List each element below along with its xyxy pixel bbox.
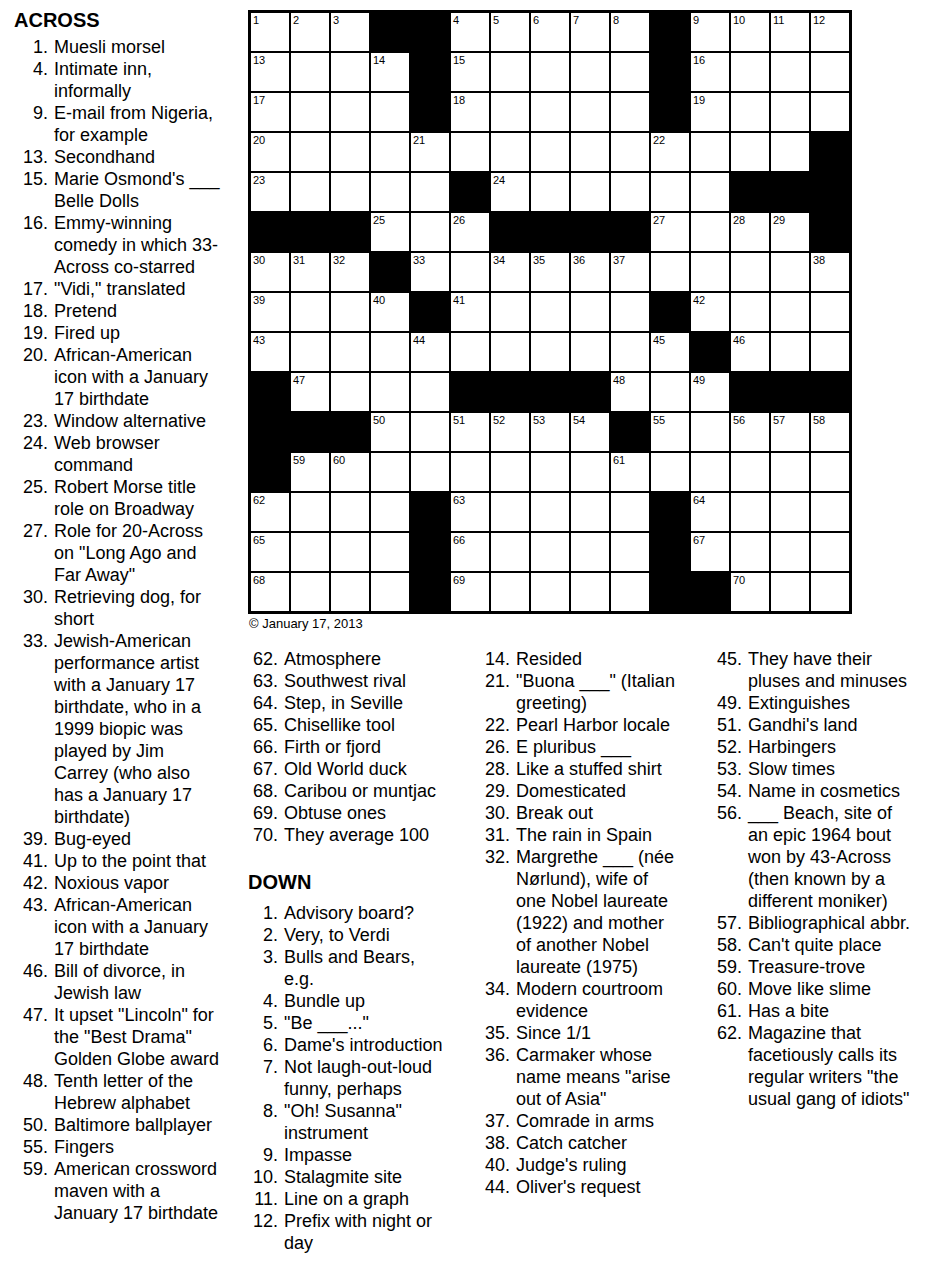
grid-cell[interactable]	[370, 452, 410, 492]
grid-cell[interactable]	[570, 132, 610, 172]
cell-number: 33	[413, 254, 425, 266]
clue-number: 9.	[248, 1144, 284, 1166]
grid-cell[interactable]	[570, 172, 610, 212]
down-clue-28: 28.Like a stuffed shirt	[480, 758, 680, 780]
clue-text: Modern courtroom evidence	[516, 978, 680, 1022]
grid-cell[interactable]	[730, 532, 770, 572]
grid-cell[interactable]	[370, 132, 410, 172]
grid-cell[interactable]: 39	[250, 292, 290, 332]
cell-number: 41	[453, 294, 465, 306]
down-clue-44: 44.Oliver's request	[480, 1176, 680, 1198]
grid-cell[interactable]	[810, 292, 850, 332]
clue-number: 70.	[248, 824, 284, 846]
grid-cell[interactable]	[530, 292, 570, 332]
clue-number: 40.	[480, 1154, 516, 1176]
grid-cell[interactable]	[690, 452, 730, 492]
cell-number: 1	[253, 14, 259, 26]
grid-cell[interactable]	[290, 572, 330, 612]
grid-cell[interactable]	[810, 572, 850, 612]
grid-cell[interactable]: 67	[690, 532, 730, 572]
grid-cell[interactable]	[730, 492, 770, 532]
grid-cell[interactable]	[490, 572, 530, 612]
across-clue-24: 24.Web browser command	[12, 432, 222, 476]
clue-text: Chisellike tool	[284, 714, 448, 736]
grid-cell[interactable]: 47	[290, 372, 330, 412]
grid-cell[interactable]	[330, 292, 370, 332]
grid-cell[interactable]	[610, 492, 650, 532]
grid-cell[interactable]	[530, 572, 570, 612]
grid-cell[interactable]: 68	[250, 572, 290, 612]
grid-cell[interactable]	[730, 92, 770, 132]
clue-text: American crossword maven with a January …	[54, 1158, 222, 1224]
grid-cell[interactable]	[610, 572, 650, 612]
grid-cell[interactable]	[570, 92, 610, 132]
down-clue-list-continued: 14.Resided21."Buona ___" (Italian greeti…	[480, 648, 680, 1198]
cell-number: 51	[453, 414, 465, 426]
clue-number: 7.	[248, 1056, 284, 1078]
down-header: DOWN	[248, 870, 448, 894]
across-clue-list-continued: 62.Atmosphere63.Southwest rival64.Step, …	[248, 648, 448, 846]
grid-cell[interactable]	[330, 92, 370, 132]
across-clue-23: 23.Window alternative	[12, 410, 222, 432]
grid-cell-black	[490, 372, 530, 412]
grid-cell[interactable]: 15	[450, 52, 490, 92]
grid-cell[interactable]	[490, 532, 530, 572]
grid-cell[interactable]	[770, 292, 810, 332]
clue-text: Domesticated	[516, 780, 680, 802]
down-clue-61: 61.Has a bite	[712, 1000, 914, 1022]
grid-cell[interactable]	[490, 332, 530, 372]
crossword-page: ACROSS 1.Muesli morsel4.Intimate inn, in…	[0, 0, 944, 1266]
cell-number: 68	[253, 574, 265, 586]
clue-text: Jewish-American performance artist with …	[54, 630, 222, 828]
grid-cell[interactable]: 20	[250, 132, 290, 172]
grid-cell-black	[530, 212, 570, 252]
grid-cell[interactable]: 7	[570, 12, 610, 52]
grid-cell[interactable]	[290, 52, 330, 92]
clue-number: 20.	[12, 344, 54, 366]
grid-cell-black	[730, 372, 770, 412]
grid-cell[interactable]	[730, 52, 770, 92]
grid-cell[interactable]	[610, 172, 650, 212]
grid-cell[interactable]: 25	[370, 212, 410, 252]
clue-text: Muesli morsel	[54, 36, 222, 58]
grid-cell[interactable]	[290, 332, 330, 372]
grid-cell[interactable]: 16	[690, 52, 730, 92]
grid-cell[interactable]: 29	[770, 212, 810, 252]
grid-cell[interactable]: 3	[330, 12, 370, 52]
grid-cell[interactable]	[330, 332, 370, 372]
grid-cell[interactable]	[730, 252, 770, 292]
grid-cell[interactable]	[770, 332, 810, 372]
grid-cell[interactable]	[610, 332, 650, 372]
grid-cell[interactable]	[570, 332, 610, 372]
grid-cell[interactable]: 52	[490, 412, 530, 452]
clue-number: 33.	[12, 630, 54, 652]
down-clue-22: 22.Pearl Harbor locale	[480, 714, 680, 736]
grid-cell[interactable]	[770, 492, 810, 532]
clue-text: Dame's introduction	[284, 1034, 448, 1056]
grid-cell[interactable]	[770, 572, 810, 612]
clue-number: 34.	[480, 978, 516, 1000]
grid-cell[interactable]: 32	[330, 252, 370, 292]
clue-text: E-mail from Nigeria, for example	[54, 102, 222, 146]
grid-cell[interactable]: 64	[690, 492, 730, 532]
grid-cell[interactable]: 38	[810, 252, 850, 292]
clue-number: 57.	[712, 912, 748, 934]
clue-text: Atmosphere	[284, 648, 448, 670]
clue-text: Gandhi's land	[748, 714, 914, 736]
grid-cell[interactable]: 63	[450, 492, 490, 532]
grid-cell[interactable]: 1	[250, 12, 290, 52]
across-clue-64: 64.Step, in Seville	[248, 692, 448, 714]
grid-cell[interactable]	[450, 452, 490, 492]
grid-cell[interactable]: 35	[530, 252, 570, 292]
grid-cell-black	[530, 372, 570, 412]
cell-number: 58	[813, 414, 825, 426]
grid-cell[interactable]	[570, 532, 610, 572]
grid-cell[interactable]: 8	[610, 12, 650, 52]
grid-cell[interactable]: 61	[610, 452, 650, 492]
grid-cell[interactable]	[770, 92, 810, 132]
grid-cell[interactable]: 11	[770, 12, 810, 52]
grid-cell[interactable]	[770, 452, 810, 492]
grid-cell[interactable]	[730, 292, 770, 332]
cell-number: 37	[613, 254, 625, 266]
clue-number: 23.	[12, 410, 54, 432]
grid-cell[interactable]	[690, 132, 730, 172]
cell-number: 43	[253, 334, 265, 346]
grid-cell[interactable]: 48	[610, 372, 650, 412]
clue-number: 12.	[248, 1210, 284, 1232]
clue-number: 66.	[248, 736, 284, 758]
clue-number: 59.	[12, 1158, 54, 1180]
down-clue-list-continued-2: 45.They have their pluses and minuses49.…	[712, 648, 914, 1110]
grid-cell[interactable]	[810, 532, 850, 572]
grid-cell[interactable]: 9	[690, 12, 730, 52]
down-clue-2: 2.Very, to Verdi	[248, 924, 448, 946]
grid-cell[interactable]	[330, 532, 370, 572]
grid-cell[interactable]	[410, 412, 450, 452]
grid-cell[interactable]: 69	[450, 572, 490, 612]
grid-cell[interactable]: 50	[370, 412, 410, 452]
grid-cell[interactable]	[650, 252, 690, 292]
grid-cell[interactable]	[370, 92, 410, 132]
grid-cell[interactable]: 12	[810, 12, 850, 52]
grid-cell[interactable]: 13	[250, 52, 290, 92]
grid-cell[interactable]	[690, 212, 730, 252]
grid-cell[interactable]	[730, 132, 770, 172]
grid-cell[interactable]: 40	[370, 292, 410, 332]
grid-cell[interactable]	[570, 452, 610, 492]
grid-cell[interactable]	[610, 92, 650, 132]
down-clue-30: 30.Break out	[480, 802, 680, 824]
clue-number: 10.	[248, 1166, 284, 1188]
clue-text: Prefix with night or day	[284, 1210, 448, 1254]
grid-cell[interactable]	[530, 332, 570, 372]
down-clue-5: 5."Be ___..."	[248, 1012, 448, 1034]
grid-cell[interactable]: 18	[450, 92, 490, 132]
grid-cell-black	[250, 452, 290, 492]
grid-cell[interactable]: 70	[730, 572, 770, 612]
grid-cell[interactable]: 44	[410, 332, 450, 372]
cell-number: 62	[253, 494, 265, 506]
grid-cell[interactable]	[610, 532, 650, 572]
across-clue-43: 43.African-American icon with a January …	[12, 894, 222, 960]
grid-cell[interactable]: 23	[250, 172, 290, 212]
across-clue-4: 4.Intimate inn, informally	[12, 58, 222, 102]
grid-cell[interactable]	[610, 52, 650, 92]
grid-cell[interactable]	[290, 172, 330, 212]
grid-cell[interactable]: 6	[530, 12, 570, 52]
grid-cell[interactable]	[770, 52, 810, 92]
clue-number: 11.	[248, 1188, 284, 1210]
clue-number: 43.	[12, 894, 54, 916]
cell-number: 61	[613, 454, 625, 466]
across-clue-19: 19.Fired up	[12, 322, 222, 344]
grid-cell[interactable]	[490, 492, 530, 532]
grid-cell-black	[610, 212, 650, 252]
clue-text: Step, in Seville	[284, 692, 448, 714]
clue-number: 60.	[712, 978, 748, 1000]
grid-cell[interactable]: 26	[450, 212, 490, 252]
grid-cell[interactable]	[650, 372, 690, 412]
clue-number: 17.	[12, 278, 54, 300]
grid-cell[interactable]	[810, 332, 850, 372]
grid-cell[interactable]: 46	[730, 332, 770, 372]
down-clue-26: 26.E pluribus ___	[480, 736, 680, 758]
grid-cell-black	[810, 212, 850, 252]
grid-cell[interactable]: 57	[770, 412, 810, 452]
cell-number: 9	[693, 14, 699, 26]
clue-text: They have their pluses and minuses	[748, 648, 914, 692]
grid-cell[interactable]	[490, 52, 530, 92]
clue-text: They average 100	[284, 824, 448, 846]
clue-number: 39.	[12, 828, 54, 850]
grid-cell[interactable]	[450, 332, 490, 372]
down-clue-56: 56.___ Beach, site of an epic 1964 bout …	[712, 802, 914, 912]
cell-number: 57	[773, 414, 785, 426]
clue-text: Carmaker whose name means "arise out of …	[516, 1044, 680, 1110]
clue-text: "Vidi," translated	[54, 278, 222, 300]
grid-cell[interactable]: 42	[690, 292, 730, 332]
clue-number: 26.	[480, 736, 516, 758]
grid-cell[interactable]: 45	[650, 332, 690, 372]
clue-text: Obtuse ones	[284, 802, 448, 824]
cell-number: 49	[693, 374, 705, 386]
grid-cell[interactable]: 43	[250, 332, 290, 372]
grid-cell[interactable]	[290, 532, 330, 572]
grid-cell[interactable]: 55	[650, 412, 690, 452]
grid-cell[interactable]	[730, 452, 770, 492]
clue-text: Role for 20-Across on "Long Ago and Far …	[54, 520, 222, 586]
grid-cell[interactable]	[570, 292, 610, 332]
grid-cell[interactable]	[530, 492, 570, 532]
clue-text: Can't quite place	[748, 934, 914, 956]
clue-text: Old World duck	[284, 758, 448, 780]
grid-cell[interactable]: 58	[810, 412, 850, 452]
down-clue-54: 54.Name in cosmetics	[712, 780, 914, 802]
grid-cell[interactable]: 21	[410, 132, 450, 172]
grid-cell[interactable]	[410, 372, 450, 412]
across-clue-17: 17."Vidi," translated	[12, 278, 222, 300]
clue-number: 63.	[248, 670, 284, 692]
cell-number: 29	[773, 214, 785, 226]
grid-cell[interactable]	[370, 572, 410, 612]
grid-cell[interactable]	[410, 452, 450, 492]
grid-cell[interactable]: 2	[290, 12, 330, 52]
grid-cell[interactable]: 17	[250, 92, 290, 132]
across-clue-30: 30.Retrieving dog, for short	[12, 586, 222, 630]
cell-number: 56	[733, 414, 745, 426]
clue-text: Marie Osmond's ___ Belle Dolls	[54, 168, 222, 212]
grid-cell[interactable]	[290, 492, 330, 532]
grid-cell[interactable]: 66	[450, 532, 490, 572]
grid-cell[interactable]	[650, 452, 690, 492]
grid-cell-black	[450, 172, 490, 212]
grid-cell[interactable]	[530, 532, 570, 572]
grid-cell-black	[770, 372, 810, 412]
grid-cell[interactable]	[330, 172, 370, 212]
grid-cell[interactable]: 54	[570, 412, 610, 452]
grid-cell[interactable]	[450, 252, 490, 292]
grid-cell[interactable]: 41	[450, 292, 490, 332]
clue-number: 30.	[12, 586, 54, 608]
grid-cell[interactable]	[330, 52, 370, 92]
grid-cell[interactable]	[570, 492, 610, 532]
grid-cell[interactable]: 36	[570, 252, 610, 292]
grid-cell[interactable]	[610, 292, 650, 332]
clue-number: 25.	[12, 476, 54, 498]
grid-cell[interactable]	[330, 132, 370, 172]
grid-cell[interactable]: 65	[250, 532, 290, 572]
grid-cell[interactable]: 53	[530, 412, 570, 452]
grid-cell[interactable]	[490, 92, 530, 132]
grid-cell[interactable]: 49	[690, 372, 730, 412]
grid-cell[interactable]	[810, 452, 850, 492]
grid-cell[interactable]	[690, 412, 730, 452]
across-clue-47: 47.It upset "Lincoln" for the "Best Dram…	[12, 1004, 222, 1070]
cell-number: 28	[733, 214, 745, 226]
grid-cell[interactable]: 10	[730, 12, 770, 52]
clue-text: African-American icon with a January 17 …	[54, 894, 222, 960]
grid-cell[interactable]	[530, 52, 570, 92]
clue-text: E pluribus ___	[516, 736, 680, 758]
grid-cell[interactable]	[810, 92, 850, 132]
grid-cell[interactable]	[490, 292, 530, 332]
clue-text: Fingers	[54, 1136, 222, 1158]
grid-cell[interactable]: 19	[690, 92, 730, 132]
cell-number: 2	[293, 14, 299, 26]
grid-cell[interactable]: 34	[490, 252, 530, 292]
down-clue-9: 9.Impasse	[248, 1144, 448, 1166]
grid-cell[interactable]: 4	[450, 12, 490, 52]
across-clue-59: 59.American crossword maven with a Janua…	[12, 1158, 222, 1224]
grid-cell[interactable]: 60	[330, 452, 370, 492]
grid-cell[interactable]: 5	[490, 12, 530, 52]
grid-cell[interactable]	[410, 172, 450, 212]
clue-number: 27.	[12, 520, 54, 542]
grid-cell[interactable]	[530, 92, 570, 132]
grid-cell[interactable]: 59	[290, 452, 330, 492]
grid-cell-black	[330, 212, 370, 252]
grid-cell[interactable]	[530, 132, 570, 172]
grid-cell[interactable]	[770, 252, 810, 292]
cell-number: 39	[253, 294, 265, 306]
grid-cell-black	[650, 572, 690, 612]
clue-number: 5.	[248, 1012, 284, 1034]
grid-cell[interactable]: 27	[650, 212, 690, 252]
grid-cell[interactable]: 56	[730, 412, 770, 452]
grid-cell[interactable]	[490, 452, 530, 492]
clue-text: Line on a graph	[284, 1188, 448, 1210]
grid-cell[interactable]	[290, 292, 330, 332]
grid-cell[interactable]	[530, 452, 570, 492]
grid-cell[interactable]	[370, 532, 410, 572]
grid-cell[interactable]	[450, 132, 490, 172]
grid-cell[interactable]	[650, 172, 690, 212]
across-clue-66: 66.Firth or fjord	[248, 736, 448, 758]
clue-text: Margrethe ___ (née Nørlund), wife of one…	[516, 846, 680, 978]
grid-cell[interactable]	[330, 572, 370, 612]
grid-cell[interactable]	[530, 172, 570, 212]
cell-number: 30	[253, 254, 265, 266]
grid-cell[interactable]: 14	[370, 52, 410, 92]
grid-cell[interactable]	[810, 52, 850, 92]
clue-number: 62.	[712, 1022, 748, 1044]
grid-cell[interactable]	[290, 132, 330, 172]
grid-cell[interactable]	[770, 532, 810, 572]
down-clue-1: 1.Advisory board?	[248, 902, 448, 924]
clue-text: Window alternative	[54, 410, 222, 432]
down-clue-51: 51.Gandhi's land	[712, 714, 914, 736]
grid-cell[interactable]: 31	[290, 252, 330, 292]
clue-text: Web browser command	[54, 432, 222, 476]
grid-cell[interactable]	[410, 212, 450, 252]
grid-cell[interactable]: 28	[730, 212, 770, 252]
grid-cell[interactable]: 24	[490, 172, 530, 212]
grid-cell[interactable]	[370, 372, 410, 412]
grid-cell[interactable]	[370, 332, 410, 372]
grid-cell[interactable]: 37	[610, 252, 650, 292]
grid-cell[interactable]: 51	[450, 412, 490, 452]
grid-cell[interactable]	[570, 52, 610, 92]
grid-cell[interactable]	[370, 172, 410, 212]
grid-cell[interactable]	[610, 132, 650, 172]
grid-cell[interactable]: 30	[250, 252, 290, 292]
cell-number: 42	[693, 294, 705, 306]
grid-cell[interactable]	[290, 92, 330, 132]
grid-cell[interactable]	[690, 252, 730, 292]
grid-cell[interactable]	[490, 132, 530, 172]
grid-cell[interactable]: 62	[250, 492, 290, 532]
grid-cell[interactable]	[570, 572, 610, 612]
clue-number: 4.	[248, 990, 284, 1012]
grid-cell[interactable]	[770, 132, 810, 172]
grid-cell[interactable]: 33	[410, 252, 450, 292]
grid-cell-black	[690, 572, 730, 612]
clue-text: Magazine that facetiously calls its regu…	[748, 1022, 914, 1110]
cell-number: 8	[613, 14, 619, 26]
grid-cell[interactable]	[330, 372, 370, 412]
across-clue-41: 41.Up to the point that	[12, 850, 222, 872]
grid-cell[interactable]	[690, 172, 730, 212]
grid-cell[interactable]: 22	[650, 132, 690, 172]
grid-cell[interactable]	[370, 492, 410, 532]
grid-cell[interactable]	[810, 492, 850, 532]
grid-cell[interactable]	[330, 492, 370, 532]
cell-number: 38	[813, 254, 825, 266]
